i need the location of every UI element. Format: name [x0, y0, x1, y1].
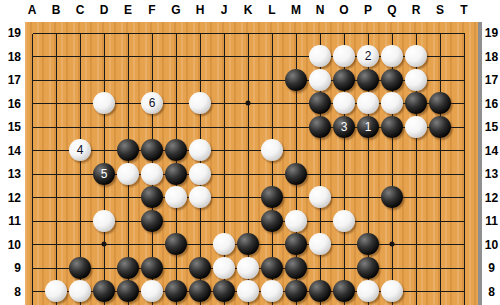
intersection-G8[interactable]: [164, 280, 188, 304]
intersection-R19[interactable]: [404, 21, 428, 45]
intersection-M13[interactable]: [284, 162, 308, 186]
black-stone-D8: [93, 280, 115, 302]
intersection-H15[interactable]: [188, 115, 212, 139]
intersection-Q13[interactable]: [380, 162, 404, 186]
intersection-J12[interactable]: [212, 186, 236, 210]
intersection-S8[interactable]: [428, 280, 452, 304]
intersection-G18[interactable]: [164, 45, 188, 69]
intersection-Q10[interactable]: [380, 233, 404, 257]
intersection-R11[interactable]: [404, 209, 428, 233]
intersection-S12[interactable]: [428, 186, 452, 210]
intersection-O11[interactable]: [332, 209, 356, 233]
intersection-J17[interactable]: [212, 68, 236, 92]
intersection-A13[interactable]: [20, 162, 44, 186]
intersection-Q14[interactable]: [380, 139, 404, 163]
intersection-T16[interactable]: [452, 92, 476, 116]
intersection-F11[interactable]: [140, 209, 164, 233]
white-stone-F13: [141, 163, 163, 185]
intersection-A12[interactable]: [20, 186, 44, 210]
intersection-L14[interactable]: [260, 139, 284, 163]
intersection-K12[interactable]: [236, 186, 260, 210]
intersection-T11[interactable]: [452, 209, 476, 233]
row-label-r-8: 8: [483, 284, 500, 300]
intersection-M14[interactable]: [284, 139, 308, 163]
intersection-M18[interactable]: [284, 45, 308, 69]
intersection-F19[interactable]: [140, 21, 164, 45]
intersection-C11[interactable]: [68, 209, 92, 233]
intersection-C16[interactable]: [68, 92, 92, 116]
intersection-G15[interactable]: [164, 115, 188, 139]
intersection-P12[interactable]: [356, 186, 380, 210]
intersection-K13[interactable]: [236, 162, 260, 186]
intersection-D15[interactable]: [92, 115, 116, 139]
intersection-A16[interactable]: [20, 92, 44, 116]
intersection-R13[interactable]: [404, 162, 428, 186]
intersection-S13[interactable]: [428, 162, 452, 186]
intersection-D16[interactable]: [92, 92, 116, 116]
intersection-O17[interactable]: [332, 68, 356, 92]
black-stone-M10: [285, 233, 307, 255]
col-label-G: G: [164, 0, 188, 22]
black-stone-N8: [309, 280, 331, 302]
white-stone-Q16: [381, 92, 403, 114]
intersection-E16[interactable]: [116, 92, 140, 116]
intersection-R8[interactable]: [404, 280, 428, 304]
intersection-M15[interactable]: [284, 115, 308, 139]
intersection-Q12[interactable]: [380, 186, 404, 210]
board-grid: 263145: [20, 21, 476, 303]
intersection-H18[interactable]: [188, 45, 212, 69]
intersection-Q17[interactable]: [380, 68, 404, 92]
black-stone-M8: [285, 280, 307, 302]
intersection-O9[interactable]: [332, 256, 356, 280]
intersection-D11[interactable]: [92, 209, 116, 233]
intersection-A14[interactable]: [20, 139, 44, 163]
intersection-Q19[interactable]: [380, 21, 404, 45]
intersection-K10[interactable]: [236, 233, 260, 257]
intersection-O19[interactable]: [332, 21, 356, 45]
intersection-P9[interactable]: [356, 256, 380, 280]
white-stone-J10: [213, 233, 235, 255]
intersection-F10[interactable]: [140, 233, 164, 257]
white-stone-P18: 2: [357, 45, 379, 67]
intersection-P16[interactable]: [356, 92, 380, 116]
black-stone-P17: [357, 69, 379, 91]
intersection-K18[interactable]: [236, 45, 260, 69]
intersection-H8[interactable]: [188, 280, 212, 304]
intersection-S17[interactable]: [428, 68, 452, 92]
intersection-G17[interactable]: [164, 68, 188, 92]
black-stone-Q12: [381, 186, 403, 208]
white-stone-R17: [405, 69, 427, 91]
intersection-J13[interactable]: [212, 162, 236, 186]
star-point-D10: [102, 242, 107, 247]
intersection-E15[interactable]: [116, 115, 140, 139]
col-label-L: L: [260, 0, 284, 22]
intersection-P17[interactable]: [356, 68, 380, 92]
intersection-P11[interactable]: [356, 209, 380, 233]
intersection-H12[interactable]: [188, 186, 212, 210]
col-label-C: C: [68, 0, 92, 22]
intersection-Q18[interactable]: [380, 45, 404, 69]
intersection-C9[interactable]: [68, 256, 92, 280]
col-label-S: S: [428, 0, 452, 22]
white-stone-O18: [333, 45, 355, 67]
white-stone-F16: 6: [141, 92, 163, 114]
black-stone-N16: [309, 92, 331, 114]
intersection-J14[interactable]: [212, 139, 236, 163]
intersection-L15[interactable]: [260, 115, 284, 139]
intersection-M10[interactable]: [284, 233, 308, 257]
intersection-T17[interactable]: [452, 68, 476, 92]
intersection-M16[interactable]: [284, 92, 308, 116]
intersection-T9[interactable]: [452, 256, 476, 280]
intersection-B18[interactable]: [44, 45, 68, 69]
intersection-E12[interactable]: [116, 186, 140, 210]
intersection-N10[interactable]: [308, 233, 332, 257]
intersection-F16[interactable]: 6: [140, 92, 164, 116]
intersection-T8[interactable]: [452, 280, 476, 304]
intersection-M12[interactable]: [284, 186, 308, 210]
intersection-D12[interactable]: [92, 186, 116, 210]
intersection-T14[interactable]: [452, 139, 476, 163]
intersection-M19[interactable]: [284, 21, 308, 45]
white-stone-M11: [285, 210, 307, 232]
intersection-G9[interactable]: [164, 256, 188, 280]
intersection-D13[interactable]: 5: [92, 162, 116, 186]
intersection-S18[interactable]: [428, 45, 452, 69]
board-edge-shadow: [478, 22, 482, 305]
intersection-K17[interactable]: [236, 68, 260, 92]
black-stone-E8: [117, 280, 139, 302]
black-stone-O8: [333, 280, 355, 302]
intersection-T10[interactable]: [452, 233, 476, 257]
intersection-O10[interactable]: [332, 233, 356, 257]
intersection-D17[interactable]: [92, 68, 116, 92]
move-number-label: 3: [341, 121, 348, 133]
col-label-Q: Q: [380, 0, 404, 22]
black-stone-G8: [165, 280, 187, 302]
black-stone-F12: [141, 186, 163, 208]
intersection-C19[interactable]: [68, 21, 92, 45]
intersection-J19[interactable]: [212, 21, 236, 45]
intersection-P13[interactable]: [356, 162, 380, 186]
intersection-F9[interactable]: [140, 256, 164, 280]
intersection-R14[interactable]: [404, 139, 428, 163]
intersection-N14[interactable]: [308, 139, 332, 163]
intersection-D8[interactable]: [92, 280, 116, 304]
intersection-L10[interactable]: [260, 233, 284, 257]
intersection-F14[interactable]: [140, 139, 164, 163]
intersection-O16[interactable]: [332, 92, 356, 116]
black-stone-G13: [165, 163, 187, 185]
intersection-B8[interactable]: [44, 280, 68, 304]
white-stone-D16: [93, 92, 115, 114]
intersection-Q15[interactable]: [380, 115, 404, 139]
move-number-label: 2: [365, 50, 372, 62]
black-stone-M9: [285, 257, 307, 279]
black-stone-F14: [141, 139, 163, 161]
black-stone-S15: [429, 116, 451, 138]
white-stone-K8: [237, 280, 259, 302]
intersection-L19[interactable]: [260, 21, 284, 45]
intersection-H14[interactable]: [188, 139, 212, 163]
intersection-C14[interactable]: 4: [68, 139, 92, 163]
intersection-B10[interactable]: [44, 233, 68, 257]
row-label-r-18: 18: [483, 49, 500, 65]
intersection-O14[interactable]: [332, 139, 356, 163]
intersection-N13[interactable]: [308, 162, 332, 186]
intersection-L17[interactable]: [260, 68, 284, 92]
intersection-E8[interactable]: [116, 280, 140, 304]
white-stone-N12: [309, 186, 331, 208]
intersection-B12[interactable]: [44, 186, 68, 210]
intersection-A9[interactable]: [20, 256, 44, 280]
white-stone-R15: [405, 116, 427, 138]
intersection-K14[interactable]: [236, 139, 260, 163]
intersection-J9[interactable]: [212, 256, 236, 280]
intersection-A11[interactable]: [20, 209, 44, 233]
black-stone-Q17: [381, 69, 403, 91]
intersection-M11[interactable]: [284, 209, 308, 233]
intersection-L11[interactable]: [260, 209, 284, 233]
intersection-R9[interactable]: [404, 256, 428, 280]
intersection-H11[interactable]: [188, 209, 212, 233]
intersection-R15[interactable]: [404, 115, 428, 139]
black-stone-E9: [117, 257, 139, 279]
intersection-R10[interactable]: [404, 233, 428, 257]
intersection-N15[interactable]: [308, 115, 332, 139]
intersection-S19[interactable]: [428, 21, 452, 45]
intersection-Q8[interactable]: [380, 280, 404, 304]
intersection-Q11[interactable]: [380, 209, 404, 233]
intersection-A8[interactable]: [20, 280, 44, 304]
intersection-N18[interactable]: [308, 45, 332, 69]
intersection-C10[interactable]: [68, 233, 92, 257]
intersection-N11[interactable]: [308, 209, 332, 233]
black-stone-M17: [285, 69, 307, 91]
intersection-A10[interactable]: [20, 233, 44, 257]
white-stone-P8: [357, 280, 379, 302]
intersection-S16[interactable]: [428, 92, 452, 116]
intersection-T12[interactable]: [452, 186, 476, 210]
intersection-G14[interactable]: [164, 139, 188, 163]
intersection-E18[interactable]: [116, 45, 140, 69]
intersection-P14[interactable]: [356, 139, 380, 163]
intersection-D14[interactable]: [92, 139, 116, 163]
intersection-K9[interactable]: [236, 256, 260, 280]
intersection-L18[interactable]: [260, 45, 284, 69]
white-stone-O11: [333, 210, 355, 232]
intersection-K16[interactable]: [236, 92, 260, 116]
black-stone-C9: [69, 257, 91, 279]
intersection-C13[interactable]: [68, 162, 92, 186]
intersection-T18[interactable]: [452, 45, 476, 69]
intersection-J15[interactable]: [212, 115, 236, 139]
intersection-L13[interactable]: [260, 162, 284, 186]
intersection-F15[interactable]: [140, 115, 164, 139]
intersection-B17[interactable]: [44, 68, 68, 92]
intersection-O8[interactable]: [332, 280, 356, 304]
intersection-E10[interactable]: [116, 233, 140, 257]
black-stone-L11: [261, 210, 283, 232]
row-label-r-16: 16: [483, 96, 500, 112]
intersection-T13[interactable]: [452, 162, 476, 186]
intersection-A17[interactable]: [20, 68, 44, 92]
intersection-G10[interactable]: [164, 233, 188, 257]
intersection-O18[interactable]: [332, 45, 356, 69]
white-stone-G12: [165, 186, 187, 208]
intersection-M8[interactable]: [284, 280, 308, 304]
intersection-H9[interactable]: [188, 256, 212, 280]
intersection-D18[interactable]: [92, 45, 116, 69]
intersection-L8[interactable]: [260, 280, 284, 304]
intersection-G11[interactable]: [164, 209, 188, 233]
intersection-J18[interactable]: [212, 45, 236, 69]
intersection-B13[interactable]: [44, 162, 68, 186]
intersection-L12[interactable]: [260, 186, 284, 210]
intersection-P15[interactable]: 1: [356, 115, 380, 139]
go-board-screenshot: ABCDEFGHJKLMNOPQRST 19181716151413121110…: [0, 0, 500, 305]
black-stone-Q15: [381, 116, 403, 138]
intersection-Q9[interactable]: [380, 256, 404, 280]
intersection-K15[interactable]: [236, 115, 260, 139]
intersection-N12[interactable]: [308, 186, 332, 210]
intersection-K11[interactable]: [236, 209, 260, 233]
intersection-N9[interactable]: [308, 256, 332, 280]
intersection-G13[interactable]: [164, 162, 188, 186]
white-stone-Q18: [381, 45, 403, 67]
intersection-E9[interactable]: [116, 256, 140, 280]
intersection-L9[interactable]: [260, 256, 284, 280]
intersection-A19[interactable]: [20, 21, 44, 45]
intersection-S15[interactable]: [428, 115, 452, 139]
intersection-G16[interactable]: [164, 92, 188, 116]
white-stone-D11: [93, 210, 115, 232]
row-label-l-14: 14: [0, 143, 21, 159]
intersection-C15[interactable]: [68, 115, 92, 139]
intersection-B16[interactable]: [44, 92, 68, 116]
intersection-F13[interactable]: [140, 162, 164, 186]
intersection-S10[interactable]: [428, 233, 452, 257]
intersection-K8[interactable]: [236, 280, 260, 304]
intersection-D10[interactable]: [92, 233, 116, 257]
intersection-J8[interactable]: [212, 280, 236, 304]
white-stone-O16: [333, 92, 355, 114]
intersection-F17[interactable]: [140, 68, 164, 92]
white-stone-R18: [405, 45, 427, 67]
intersection-E13[interactable]: [116, 162, 140, 186]
intersection-H19[interactable]: [188, 21, 212, 45]
intersection-J10[interactable]: [212, 233, 236, 257]
intersection-E14[interactable]: [116, 139, 140, 163]
intersection-E17[interactable]: [116, 68, 140, 92]
intersection-C12[interactable]: [68, 186, 92, 210]
intersection-F18[interactable]: [140, 45, 164, 69]
row-label-r-14: 14: [483, 143, 500, 159]
white-stone-H12: [189, 186, 211, 208]
intersection-A18[interactable]: [20, 45, 44, 69]
intersection-G12[interactable]: [164, 186, 188, 210]
intersection-R17[interactable]: [404, 68, 428, 92]
intersection-B9[interactable]: [44, 256, 68, 280]
black-stone-F9: [141, 257, 163, 279]
intersection-P18[interactable]: 2: [356, 45, 380, 69]
col-label-K: K: [236, 0, 260, 22]
row-label-l-15: 15: [0, 119, 21, 135]
intersection-B11[interactable]: [44, 209, 68, 233]
row-label-r-10: 10: [483, 237, 500, 253]
intersection-H13[interactable]: [188, 162, 212, 186]
intersection-K19[interactable]: [236, 21, 260, 45]
intersection-D9[interactable]: [92, 256, 116, 280]
intersection-J11[interactable]: [212, 209, 236, 233]
intersection-E19[interactable]: [116, 21, 140, 45]
intersection-N19[interactable]: [308, 21, 332, 45]
intersection-J16[interactable]: [212, 92, 236, 116]
intersection-P10[interactable]: [356, 233, 380, 257]
black-stone-R16: [405, 92, 427, 114]
col-label-R: R: [404, 0, 428, 22]
intersection-P19[interactable]: [356, 21, 380, 45]
intersection-F12[interactable]: [140, 186, 164, 210]
intersection-D19[interactable]: [92, 21, 116, 45]
intersection-O12[interactable]: [332, 186, 356, 210]
intersection-N16[interactable]: [308, 92, 332, 116]
intersection-B14[interactable]: [44, 139, 68, 163]
intersection-O15[interactable]: 3: [332, 115, 356, 139]
intersection-S14[interactable]: [428, 139, 452, 163]
intersection-R12[interactable]: [404, 186, 428, 210]
intersection-R16[interactable]: [404, 92, 428, 116]
row-label-r-9: 9: [483, 260, 500, 276]
intersection-T15[interactable]: [452, 115, 476, 139]
white-stone-H14: [189, 139, 211, 161]
black-stone-S16: [429, 92, 451, 114]
col-label-O: O: [332, 0, 356, 22]
intersection-R18[interactable]: [404, 45, 428, 69]
intersection-M9[interactable]: [284, 256, 308, 280]
intersection-B19[interactable]: [44, 21, 68, 45]
intersection-S9[interactable]: [428, 256, 452, 280]
intersection-N8[interactable]: [308, 280, 332, 304]
black-stone-P15: 1: [357, 116, 379, 138]
intersection-L16[interactable]: [260, 92, 284, 116]
intersection-P8[interactable]: [356, 280, 380, 304]
intersection-A15[interactable]: [20, 115, 44, 139]
intersection-Q16[interactable]: [380, 92, 404, 116]
star-point-Q10: [390, 242, 395, 247]
intersection-H17[interactable]: [188, 68, 212, 92]
intersection-C18[interactable]: [68, 45, 92, 69]
intersection-F8[interactable]: [140, 280, 164, 304]
intersection-H16[interactable]: [188, 92, 212, 116]
intersection-N17[interactable]: [308, 68, 332, 92]
row-label-l-10: 10: [0, 237, 21, 253]
intersection-B15[interactable]: [44, 115, 68, 139]
intersection-C17[interactable]: [68, 68, 92, 92]
black-stone-J8: [213, 280, 235, 302]
intersection-S11[interactable]: [428, 209, 452, 233]
intersection-M17[interactable]: [284, 68, 308, 92]
intersection-T19[interactable]: [452, 21, 476, 45]
row-label-l-11: 11: [0, 213, 21, 229]
intersection-E11[interactable]: [116, 209, 140, 233]
intersection-O13[interactable]: [332, 162, 356, 186]
intersection-C8[interactable]: [68, 280, 92, 304]
intersection-H10[interactable]: [188, 233, 212, 257]
intersection-G19[interactable]: [164, 21, 188, 45]
